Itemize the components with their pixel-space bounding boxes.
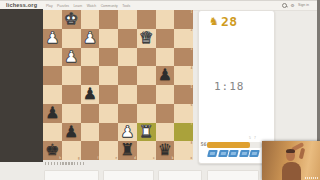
square-f6[interactable] [81,104,100,123]
milestone-label: 5 [249,136,251,140]
square-e2[interactable] [99,29,118,48]
webcam-person-arm [299,148,306,160]
square-c1[interactable] [137,10,156,29]
square-g1[interactable]: ♚ [62,10,81,29]
square-e1[interactable] [99,10,118,29]
bonus-chip [207,150,218,157]
content-card [103,170,154,180]
coord-file-label: b [172,157,174,160]
square-f7[interactable] [81,123,100,142]
combo-milestones: 5 7 [249,136,256,140]
gear-icon[interactable]: ⚙ [290,3,294,8]
main-nav: PlayPuzzlesLearnWatchCommunityTools [46,4,130,8]
board-caption [45,162,85,165]
webcam-overlay [262,141,320,180]
coord-rank-label: 2 [191,29,192,32]
square-b7[interactable] [156,123,175,142]
sign-in-link[interactable]: Sign in [298,3,309,7]
square-c4[interactable] [137,66,156,85]
square-d3[interactable] [118,48,137,67]
square-a4[interactable]: 4 [174,66,193,85]
nav-item-puzzles[interactable]: Puzzles [57,4,69,8]
bonus-chip [239,150,250,157]
square-a2[interactable]: 2 [174,29,193,48]
square-g7[interactable]: ♟ [62,123,81,142]
square-d7[interactable]: ♟ [118,123,137,142]
nav-item-play[interactable]: Play [46,4,53,8]
coord-file-label: g [78,157,80,160]
combo-bar [207,142,262,148]
square-d5[interactable] [118,85,137,104]
coord-rank-label: 6 [191,104,192,107]
webcam-person-hair [286,149,295,154]
white-king: ♚ [64,10,78,29]
square-d4[interactable] [118,66,137,85]
combo-count: 56 [201,141,207,147]
square-f2[interactable]: ♟ [81,29,100,48]
app-window: lichess.org PlayPuzzlesLearnWatchCommuni… [0,0,320,180]
bonus-chip [228,150,239,157]
coord-file-label: c [153,157,154,160]
coord-file-label: h [59,157,61,160]
square-e3[interactable] [99,48,118,67]
square-b6[interactable] [156,104,175,123]
square-e5[interactable] [99,85,118,104]
webcam-person [282,162,301,180]
black-pawn: ♟ [45,104,59,123]
search-icon[interactable] [282,3,287,8]
webcam-watermark [305,177,318,179]
square-f1[interactable] [81,10,100,29]
black-queen: ♛ [158,141,172,160]
square-a5[interactable]: 5 [174,85,193,104]
square-h4[interactable] [43,66,62,85]
square-h7[interactable] [43,123,62,142]
site-logo[interactable]: lichess.org [6,2,37,8]
black-rook: ♜ [120,141,134,160]
square-d8[interactable]: ♜d [118,141,137,160]
nav-item-learn[interactable]: Learn [73,4,82,8]
coord-rank-label: 5 [191,86,192,89]
square-d6[interactable] [118,104,137,123]
white-pawn: ♟ [120,123,134,142]
white-pawn: ♟ [45,29,59,48]
combo-bar-fill [207,142,250,148]
coord-file-label: e [116,157,117,160]
square-g3[interactable]: ♟ [62,48,81,67]
square-c8[interactable]: c [137,141,156,160]
white-pawn: ♟ [83,29,97,48]
coord-file-label: f [97,157,98,160]
square-a1[interactable]: 1 [174,10,193,29]
knight-icon: ♞ [209,15,219,29]
square-g4[interactable] [62,66,81,85]
nav-right: ⚙ Sign in [282,3,309,8]
black-king: ♚ [45,141,59,160]
square-b8[interactable]: ♛b [156,141,175,160]
square-d2[interactable] [118,29,137,48]
coord-rank-label: 3 [191,48,192,51]
timer-display: 1:18 [214,80,245,93]
square-h6[interactable]: ♟ [43,104,62,123]
square-f8[interactable]: f [81,141,100,160]
square-b1[interactable] [156,10,175,29]
square-g6[interactable] [62,104,81,123]
score-row: ♞ 28 [209,14,238,29]
content-card [207,170,259,180]
nav-item-tools[interactable]: Tools [122,4,130,8]
bonus-chips [208,150,259,157]
bonus-chip [218,150,229,157]
nav-item-community[interactable]: Community [101,4,118,8]
square-b2[interactable] [156,29,175,48]
content-card [158,170,202,180]
square-h1[interactable] [43,10,62,29]
score-value: 28 [221,14,238,29]
square-h2[interactable]: ♟ [43,29,62,48]
square-e8[interactable]: e [99,141,118,160]
square-a6[interactable]: 6 [174,104,193,123]
square-f4[interactable] [81,66,100,85]
square-g5[interactable] [62,85,81,104]
square-c7[interactable]: ♜ [137,123,156,142]
square-c2[interactable]: ♛ [137,29,156,48]
square-h3[interactable] [43,48,62,67]
square-g2[interactable] [62,29,81,48]
square-b5[interactable] [156,85,175,104]
coord-rank-label: 7 [191,123,192,126]
coord-rank-label: 8 [191,142,192,145]
white-pawn: ♟ [64,48,78,67]
square-a7[interactable]: 7 [174,123,193,142]
square-c6[interactable] [137,104,156,123]
coord-rank-label: 1 [191,11,192,14]
left-gutter [0,9,43,162]
bonus-chip [249,150,260,157]
square-h8[interactable]: ♚h [43,141,62,160]
square-a8[interactable]: a8 [174,141,193,160]
square-g8[interactable]: g [62,141,81,160]
nav-item-watch[interactable]: Watch [87,4,96,8]
milestone-label: 7 [254,136,256,140]
square-c5[interactable] [137,85,156,104]
white-queen: ♛ [139,29,153,48]
square-f3[interactable] [81,48,100,67]
content-card [44,170,99,180]
chess-board: ♚1♟♟♛2♟3♟4♟5♟6♟♟♜7♚hgfe♜dc♛ba8 [43,10,193,160]
square-a3[interactable]: 3 [174,48,193,67]
black-pawn: ♟ [64,123,78,142]
black-pawn: ♟ [83,85,97,104]
square-c3[interactable] [137,48,156,67]
square-e4[interactable] [99,66,118,85]
square-f5[interactable]: ♟ [81,85,100,104]
square-e6[interactable] [99,104,118,123]
coord-file-label: a [191,157,192,160]
square-b3[interactable] [156,48,175,67]
black-pawn: ♟ [158,66,172,85]
square-d1[interactable] [118,10,137,29]
white-rook: ♜ [139,123,153,142]
square-b4[interactable]: ♟ [156,66,175,85]
square-e7[interactable] [99,123,118,142]
coord-rank-label: 4 [191,67,192,70]
coord-file-label: d [134,157,136,160]
square-h5[interactable] [43,85,62,104]
